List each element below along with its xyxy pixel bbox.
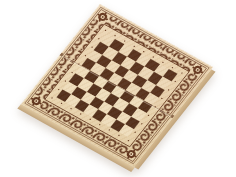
game-board — [21, 4, 213, 167]
board-face — [21, 4, 213, 167]
board-shadow — [0, 0, 236, 177]
checkerboard-grid — [56, 34, 177, 137]
hinge-notch-left — [59, 53, 63, 57]
photo-canvas — [0, 0, 236, 177]
